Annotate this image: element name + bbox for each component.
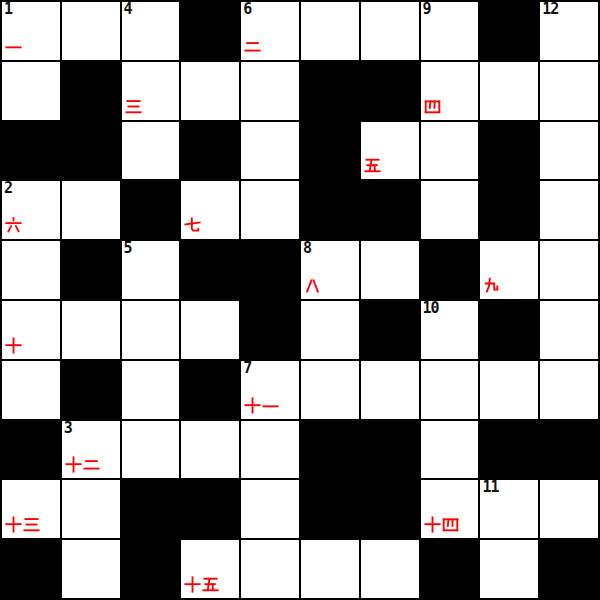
clue-number: 11 xyxy=(482,479,498,496)
black-cell-r2c5 xyxy=(301,122,359,180)
white-cell-r5c0[interactable] xyxy=(2,301,60,359)
black-cell-r3c6 xyxy=(361,181,419,239)
white-cell-r6c4[interactable]: 7 xyxy=(241,361,299,419)
cjk-numeral-十-glyph xyxy=(244,397,261,414)
white-cell-r2c7[interactable] xyxy=(421,122,479,180)
white-cell-r9c1[interactable] xyxy=(62,540,120,598)
black-cell-r5c6 xyxy=(361,301,419,359)
across-marker xyxy=(5,516,40,533)
black-cell-r2c1 xyxy=(62,122,120,180)
white-cell-r9c8[interactable] xyxy=(480,540,538,598)
cjk-numeral-四-glyph xyxy=(442,516,459,533)
black-cell-r2c3 xyxy=(181,122,239,180)
black-cell-r3c5 xyxy=(301,181,359,239)
white-cell-r4c0[interactable] xyxy=(2,241,60,299)
white-cell-r5c5[interactable] xyxy=(301,301,359,359)
white-cell-r3c9[interactable] xyxy=(540,181,598,239)
clue-number: 6 xyxy=(243,1,251,18)
cjk-numeral-五-glyph xyxy=(202,576,219,593)
black-cell-r0c3 xyxy=(181,2,239,60)
white-cell-r1c8[interactable] xyxy=(480,62,538,120)
cjk-numeral-五-glyph xyxy=(364,157,381,174)
black-cell-r1c1 xyxy=(62,62,120,120)
cjk-numeral-三-glyph xyxy=(125,98,142,115)
white-cell-r0c6[interactable] xyxy=(361,2,419,60)
cjk-numeral-十-glyph xyxy=(5,516,22,533)
white-cell-r7c2[interactable] xyxy=(122,421,180,479)
white-cell-r2c9[interactable] xyxy=(540,122,598,180)
black-cell-r4c3 xyxy=(181,241,239,299)
black-cell-r8c5 xyxy=(301,480,359,538)
black-cell-r4c1 xyxy=(62,241,120,299)
clue-number: 3 xyxy=(64,420,72,437)
cjk-numeral-十-glyph xyxy=(424,516,441,533)
white-cell-r1c9[interactable] xyxy=(540,62,598,120)
white-cell-r3c1[interactable] xyxy=(62,181,120,239)
white-cell-r8c1[interactable] xyxy=(62,480,120,538)
white-cell-r7c4[interactable] xyxy=(241,421,299,479)
cjk-numeral-三-glyph xyxy=(23,516,40,533)
black-cell-r1c6 xyxy=(361,62,419,120)
white-cell-r9c3[interactable] xyxy=(181,540,239,598)
white-cell-r5c2[interactable] xyxy=(122,301,180,359)
white-cell-r8c8[interactable]: 11 xyxy=(480,480,538,538)
white-cell-r5c3[interactable] xyxy=(181,301,239,359)
black-cell-r1c5 xyxy=(301,62,359,120)
across-marker xyxy=(184,576,219,593)
black-cell-r3c2 xyxy=(122,181,180,239)
white-cell-r2c6[interactable] xyxy=(361,122,419,180)
white-cell-r6c7[interactable] xyxy=(421,361,479,419)
black-cell-r3c8 xyxy=(480,181,538,239)
clue-number: 4 xyxy=(124,1,132,18)
across-marker xyxy=(244,397,279,414)
white-cell-r5c7[interactable]: 10 xyxy=(421,301,479,359)
white-cell-r8c0[interactable] xyxy=(2,480,60,538)
across-marker xyxy=(364,157,381,174)
white-cell-r0c9[interactable]: 12 xyxy=(540,2,598,60)
across-marker xyxy=(184,217,201,234)
across-marker xyxy=(5,217,22,234)
black-cell-r7c0 xyxy=(2,421,60,479)
white-cell-r6c8[interactable] xyxy=(480,361,538,419)
cjk-numeral-十-glyph xyxy=(184,576,201,593)
white-cell-r1c2[interactable] xyxy=(122,62,180,120)
white-cell-r6c2[interactable] xyxy=(122,361,180,419)
white-cell-r6c5[interactable] xyxy=(301,361,359,419)
across-marker xyxy=(424,98,441,115)
cjk-numeral-二-glyph xyxy=(83,456,100,473)
across-marker xyxy=(65,456,100,473)
white-cell-r4c2[interactable]: 5 xyxy=(122,241,180,299)
black-cell-r9c0 xyxy=(2,540,60,598)
clue-number: 5 xyxy=(124,240,132,257)
cjk-numeral-七-glyph xyxy=(184,217,201,234)
black-cell-r9c7 xyxy=(421,540,479,598)
black-cell-r5c4 xyxy=(241,301,299,359)
white-cell-r9c4[interactable] xyxy=(241,540,299,598)
clue-number: 10 xyxy=(423,300,439,317)
white-cell-r1c3[interactable] xyxy=(181,62,239,120)
across-marker xyxy=(483,277,500,294)
white-cell-r7c3[interactable] xyxy=(181,421,239,479)
white-cell-r0c2[interactable]: 4 xyxy=(122,2,180,60)
white-cell-r3c3[interactable] xyxy=(181,181,239,239)
black-cell-r2c8 xyxy=(480,122,538,180)
white-cell-r4c5[interactable]: 8 xyxy=(301,241,359,299)
white-cell-r4c9[interactable] xyxy=(540,241,598,299)
white-cell-r3c0[interactable]: 2 xyxy=(2,181,60,239)
cjk-numeral-九-glyph xyxy=(483,277,500,294)
white-cell-r6c9[interactable] xyxy=(540,361,598,419)
cjk-numeral-十-glyph xyxy=(5,337,22,354)
white-cell-r0c7[interactable]: 9 xyxy=(421,2,479,60)
white-cell-r8c9[interactable] xyxy=(540,480,598,538)
black-cell-r4c7 xyxy=(421,241,479,299)
black-cell-r7c5 xyxy=(301,421,359,479)
white-cell-r5c1[interactable] xyxy=(62,301,120,359)
across-marker xyxy=(5,38,22,55)
cjk-numeral-一-glyph xyxy=(5,38,22,55)
clue-number: 2 xyxy=(4,180,12,197)
white-cell-r4c6[interactable] xyxy=(361,241,419,299)
black-cell-r9c2 xyxy=(122,540,180,598)
across-marker xyxy=(244,38,261,55)
cjk-numeral-四-glyph xyxy=(424,98,441,115)
cjk-numeral-二-glyph xyxy=(244,38,261,55)
white-cell-r8c7[interactable] xyxy=(421,480,479,538)
across-marker xyxy=(304,277,321,294)
white-cell-r2c4[interactable] xyxy=(241,122,299,180)
black-cell-r6c3 xyxy=(181,361,239,419)
white-cell-r3c7[interactable] xyxy=(421,181,479,239)
crossword-board: 146912258107311 xyxy=(0,0,600,600)
black-cell-r6c1 xyxy=(62,361,120,419)
black-cell-r4c4 xyxy=(241,241,299,299)
cjk-numeral-六-glyph xyxy=(5,217,22,234)
clue-number: 9 xyxy=(423,1,431,18)
across-marker xyxy=(125,98,142,115)
white-cell-r0c0[interactable]: 1 xyxy=(2,2,60,60)
white-cell-r8c4[interactable] xyxy=(241,480,299,538)
across-marker xyxy=(424,516,459,533)
black-cell-r2c0 xyxy=(2,122,60,180)
black-cell-r7c6 xyxy=(361,421,419,479)
white-cell-r0c1[interactable] xyxy=(62,2,120,60)
black-cell-r8c6 xyxy=(361,480,419,538)
white-cell-r0c5[interactable] xyxy=(301,2,359,60)
white-cell-r2c2[interactable] xyxy=(122,122,180,180)
white-cell-r5c9[interactable] xyxy=(540,301,598,359)
white-cell-r1c4[interactable] xyxy=(241,62,299,120)
white-cell-r0c4[interactable]: 6 xyxy=(241,2,299,60)
clue-number: 8 xyxy=(303,240,311,257)
black-cell-r7c8 xyxy=(480,421,538,479)
clue-number: 12 xyxy=(542,1,558,18)
clue-number: 1 xyxy=(4,1,12,18)
white-cell-r4c8[interactable] xyxy=(480,241,538,299)
white-cell-r9c5[interactable] xyxy=(301,540,359,598)
cjk-numeral-十-glyph xyxy=(65,456,82,473)
black-cell-r7c9 xyxy=(540,421,598,479)
black-cell-r0c8 xyxy=(480,2,538,60)
black-cell-r5c8 xyxy=(480,301,538,359)
clue-number: 7 xyxy=(243,360,251,377)
white-cell-r7c1[interactable]: 3 xyxy=(62,421,120,479)
white-cell-r1c0[interactable] xyxy=(2,62,60,120)
across-marker xyxy=(5,337,22,354)
cjk-numeral-一-glyph xyxy=(262,397,279,414)
cjk-numeral-八-glyph xyxy=(304,277,321,294)
black-cell-r8c2 xyxy=(122,480,180,538)
white-cell-r1c7[interactable] xyxy=(421,62,479,120)
white-cell-r6c6[interactable] xyxy=(361,361,419,419)
white-cell-r9c6[interactable] xyxy=(361,540,419,598)
black-cell-r8c3 xyxy=(181,480,239,538)
white-cell-r3c4[interactable] xyxy=(241,181,299,239)
black-cell-r9c9 xyxy=(540,540,598,598)
white-cell-r6c0[interactable] xyxy=(2,361,60,419)
white-cell-r7c7[interactable] xyxy=(421,421,479,479)
